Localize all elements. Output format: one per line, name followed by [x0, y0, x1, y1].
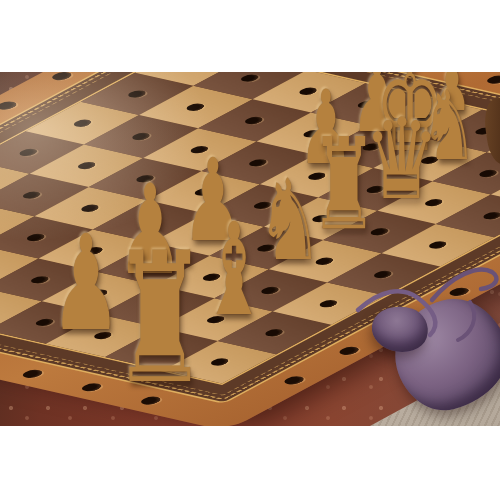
piece-R-a2: ♜ — [112, 229, 209, 409]
photo-band: ♜♝♟♟♟♞♜♛♚♟♟♞♟ — [0, 72, 500, 426]
letterbox-bar-bottom — [0, 426, 500, 500]
piece-B-b2: ♝ — [201, 206, 268, 334]
letterbox-bar-top — [0, 0, 500, 72]
screenshot: ♜♝♟♟♟♞♜♛♚♟♟♞♟ — [0, 0, 500, 500]
pieces-layer: ♜♝♟♟♟♞♜♛♚♟♟♞♟ — [0, 72, 500, 426]
